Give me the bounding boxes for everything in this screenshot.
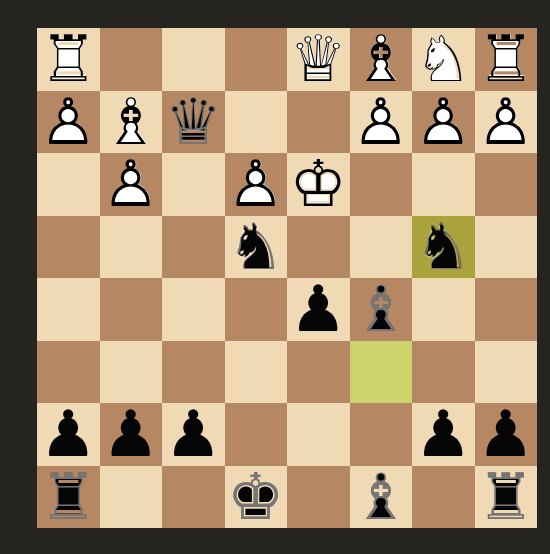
- square-b1[interactable]: ♞♘: [412, 28, 475, 91]
- square-h4[interactable]: [37, 216, 100, 279]
- square-a8[interactable]: ♜♖: [475, 466, 538, 529]
- square-d7[interactable]: [287, 403, 350, 466]
- white-pawn[interactable]: ♟♙: [475, 91, 538, 154]
- square-g3[interactable]: ♟♙: [100, 153, 163, 216]
- page: { "game": "chess", "app": { "background_…: [0, 0, 550, 554]
- square-a7[interactable]: ♟: [475, 403, 538, 466]
- black-pawn[interactable]: ♟: [37, 403, 100, 466]
- square-b5[interactable]: [412, 278, 475, 341]
- square-e6[interactable]: [225, 341, 288, 404]
- square-e8[interactable]: ♚♔: [225, 466, 288, 529]
- square-f6[interactable]: [162, 341, 225, 404]
- square-f4[interactable]: [162, 216, 225, 279]
- white-pawn[interactable]: ♟♙: [412, 91, 475, 154]
- square-d5[interactable]: ♟: [287, 278, 350, 341]
- black-pawn[interactable]: ♟: [287, 278, 350, 341]
- square-f2[interactable]: ♛♕: [162, 91, 225, 154]
- square-a4[interactable]: [475, 216, 538, 279]
- square-h1[interactable]: ♜♖: [37, 28, 100, 91]
- black-rook[interactable]: ♜♖: [475, 466, 538, 529]
- square-d1[interactable]: ♛♕: [287, 28, 350, 91]
- square-f3[interactable]: [162, 153, 225, 216]
- white-pawn[interactable]: ♟♙: [350, 91, 413, 154]
- square-c3[interactable]: [350, 153, 413, 216]
- square-a2[interactable]: ♟♙: [475, 91, 538, 154]
- square-f1[interactable]: [162, 28, 225, 91]
- square-e3[interactable]: ♟♙: [225, 153, 288, 216]
- black-pawn[interactable]: ♟: [162, 403, 225, 466]
- square-d4[interactable]: [287, 216, 350, 279]
- square-h3[interactable]: [37, 153, 100, 216]
- black-knight[interactable]: ♞♘: [412, 216, 475, 279]
- square-a1[interactable]: ♜♖: [475, 28, 538, 91]
- square-c5[interactable]: ♝♗: [350, 278, 413, 341]
- square-e5[interactable]: [225, 278, 288, 341]
- square-g8[interactable]: [100, 466, 163, 529]
- square-b6[interactable]: [412, 341, 475, 404]
- square-c4[interactable]: [350, 216, 413, 279]
- square-b7[interactable]: ♟: [412, 403, 475, 466]
- square-a3[interactable]: [475, 153, 538, 216]
- square-e4[interactable]: ♞♘: [225, 216, 288, 279]
- square-d6[interactable]: [287, 341, 350, 404]
- white-bishop[interactable]: ♝♗: [350, 28, 413, 91]
- square-b4[interactable]: ♞♘: [412, 216, 475, 279]
- chess-board[interactable]: ♜♖♛♕♝♗♞♘♜♖♟♙♝♗♛♕♟♙♟♙♟♙♟♙♟♙♚♔♞♘♞♘♟♝♗♟♟♟♟♟…: [37, 28, 537, 528]
- square-e2[interactable]: [225, 91, 288, 154]
- black-bishop[interactable]: ♝♗: [350, 466, 413, 529]
- white-rook[interactable]: ♜♖: [475, 28, 538, 91]
- square-d3[interactable]: ♚♔: [287, 153, 350, 216]
- black-rook[interactable]: ♜♖: [37, 466, 100, 529]
- square-c2[interactable]: ♟♙: [350, 91, 413, 154]
- square-h7[interactable]: ♟: [37, 403, 100, 466]
- square-h5[interactable]: [37, 278, 100, 341]
- square-c6[interactable]: [350, 341, 413, 404]
- white-pawn[interactable]: ♟♙: [100, 153, 163, 216]
- square-d8[interactable]: [287, 466, 350, 529]
- black-pawn[interactable]: ♟: [475, 403, 538, 466]
- square-g6[interactable]: [100, 341, 163, 404]
- square-g2[interactable]: ♝♗: [100, 91, 163, 154]
- black-pawn[interactable]: ♟: [100, 403, 163, 466]
- white-king[interactable]: ♚♔: [287, 153, 350, 216]
- square-g7[interactable]: ♟: [100, 403, 163, 466]
- square-c1[interactable]: ♝♗: [350, 28, 413, 91]
- white-pawn[interactable]: ♟♙: [225, 153, 288, 216]
- square-g1[interactable]: [100, 28, 163, 91]
- square-f7[interactable]: ♟: [162, 403, 225, 466]
- square-b2[interactable]: ♟♙: [412, 91, 475, 154]
- square-b3[interactable]: [412, 153, 475, 216]
- square-g4[interactable]: [100, 216, 163, 279]
- black-pawn[interactable]: ♟: [412, 403, 475, 466]
- square-c7[interactable]: [350, 403, 413, 466]
- square-c8[interactable]: ♝♗: [350, 466, 413, 529]
- square-d2[interactable]: [287, 91, 350, 154]
- white-bishop[interactable]: ♝♗: [100, 91, 163, 154]
- square-e7[interactable]: [225, 403, 288, 466]
- square-h2[interactable]: ♟♙: [37, 91, 100, 154]
- square-h8[interactable]: ♜♖: [37, 466, 100, 529]
- square-e1[interactable]: [225, 28, 288, 91]
- square-f8[interactable]: [162, 466, 225, 529]
- square-h6[interactable]: [37, 341, 100, 404]
- square-b8[interactable]: [412, 466, 475, 529]
- black-king[interactable]: ♚♔: [225, 466, 288, 529]
- black-knight[interactable]: ♞♘: [225, 216, 288, 279]
- black-bishop[interactable]: ♝♗: [350, 278, 413, 341]
- black-queen[interactable]: ♛♕: [162, 91, 225, 154]
- square-f5[interactable]: [162, 278, 225, 341]
- white-knight[interactable]: ♞♘: [412, 28, 475, 91]
- white-rook[interactable]: ♜♖: [37, 28, 100, 91]
- white-queen[interactable]: ♛♕: [287, 28, 350, 91]
- square-a5[interactable]: [475, 278, 538, 341]
- square-g5[interactable]: [100, 278, 163, 341]
- square-a6[interactable]: [475, 341, 538, 404]
- white-pawn[interactable]: ♟♙: [37, 91, 100, 154]
